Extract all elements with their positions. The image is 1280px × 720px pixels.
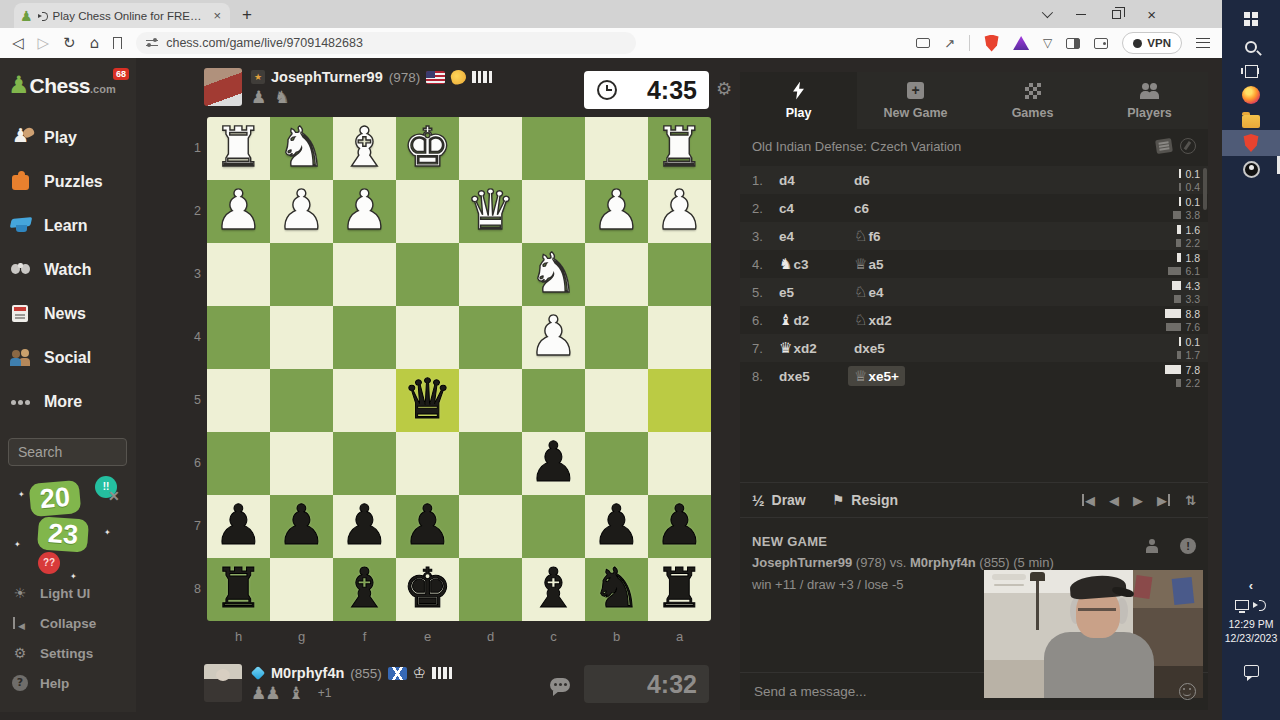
taskbar-date[interactable]: 12/23/2023 (1222, 632, 1280, 644)
search-input[interactable] (8, 438, 127, 466)
adblock-extension-icon[interactable] (1013, 36, 1029, 50)
tab-games[interactable]: Games (974, 72, 1091, 129)
white-r-a1[interactable]: ♜ (648, 117, 711, 180)
square-a7[interactable]: ♟ (648, 495, 711, 558)
chevron-down-icon[interactable] (1042, 7, 1053, 18)
board-file-labels: hgfedcba (207, 625, 711, 649)
glasses (1078, 608, 1116, 611)
scotland-flag-icon (388, 667, 407, 680)
learn-icon (10, 214, 34, 238)
square-f7[interactable]: ♟ (333, 495, 396, 558)
move-san: xd2 (868, 313, 891, 328)
n-piece-icon: ♘ (854, 227, 867, 245)
tab-title: Play Chess Online for FREE - 2 (53, 10, 206, 22)
sidebar-footer-settings[interactable]: ⚙Settings (0, 638, 136, 668)
square-h4[interactable] (207, 306, 270, 369)
black-n-b8[interactable]: ♞ (585, 558, 648, 621)
brave-browser-icon[interactable] (1222, 130, 1280, 156)
back-button[interactable]: ◁ (12, 36, 24, 51)
rank-label-8: 8 (183, 558, 201, 621)
white-move[interactable]: ♛xd2 (779, 339, 817, 357)
tab-audio-icon[interactable] (38, 12, 48, 20)
move-san: d4 (779, 173, 795, 188)
move-san: e5 (779, 285, 794, 300)
sidebar-footer-label: Settings (40, 646, 93, 661)
top-player-name[interactable]: JosephTurner99 (271, 69, 383, 85)
move-times: 0.13.8 (1130, 195, 1200, 221)
square-d5[interactable] (459, 369, 522, 432)
square-h2[interactable]: ♟ (207, 180, 270, 243)
chess-board[interactable]: ♜♞♝♚♜♟♟♟♛♟♟♞♟♛♟♟♟♟♟♟♟♜♝♚♝♞♜ (207, 117, 711, 621)
square-c3[interactable]: ♞ (522, 243, 585, 306)
start-button[interactable] (1222, 6, 1280, 32)
move-san: f6 (868, 229, 880, 244)
white-move-time: 8.8 (1130, 307, 1200, 320)
square-f6[interactable] (333, 432, 396, 495)
square-h3[interactable] (207, 243, 270, 306)
black-move[interactable]: d6 (854, 173, 870, 188)
sidebar-footer: ☀Light UICollapse⚙Settings?Help (0, 578, 136, 698)
move-san: d6 (854, 173, 870, 188)
square-f5[interactable] (333, 369, 396, 432)
square-h5[interactable] (207, 369, 270, 432)
current-move-pill: ♕xe5+ (848, 366, 905, 386)
black-move-time: 7.6 (1130, 320, 1200, 333)
square-b1[interactable] (585, 117, 648, 180)
browser-titlebar: ♟ Play Chess Online for FREE - 2 × + × (0, 0, 1222, 28)
vpn-button[interactable]: VPN (1122, 32, 1182, 54)
move-number: 2. (752, 201, 763, 216)
resign-button[interactable]: ⚑Resign (832, 492, 898, 508)
black-p-e7[interactable]: ♟ (396, 495, 459, 558)
sidebar-item-learn[interactable]: Learn (0, 204, 136, 248)
sidebar-item-label: Learn (44, 217, 88, 235)
screen: ♟ Play Chess Online for FREE - 2 × + × ◁… (0, 0, 1280, 720)
network-icon[interactable] (1235, 600, 1249, 610)
tab-play[interactable]: Play (740, 72, 857, 129)
square-d1[interactable] (459, 117, 522, 180)
action-center-icon[interactable] (1222, 658, 1280, 684)
firefox-icon[interactable] (1222, 82, 1280, 108)
white-p-g2[interactable]: ♟ (270, 180, 333, 243)
star-badge-icon: ★ (251, 70, 265, 84)
square-b5[interactable] (585, 369, 648, 432)
square-c2[interactable] (522, 180, 585, 243)
wallet-icon[interactable] (1094, 38, 1108, 49)
move-list: 1.d4d60.10.42.c4c60.13.83.e4♘f61.62.24.♞… (740, 166, 1208, 390)
browser-tab[interactable]: ♟ Play Chess Online for FREE - 2 × (14, 3, 230, 28)
brave-shield-icon[interactable] (984, 35, 999, 52)
white-move-time: 7.8 (1130, 363, 1200, 376)
black-r-h8[interactable]: ♜ (207, 558, 270, 621)
square-a2[interactable]: ♟ (648, 180, 711, 243)
scrollbar-thumb[interactable] (1203, 168, 1207, 210)
home-button[interactable]: ⌂ (90, 36, 100, 51)
square-g1[interactable]: ♞ (270, 117, 333, 180)
white-move[interactable]: ♞c3 (779, 255, 808, 273)
square-d2[interactable]: ♛ (459, 180, 522, 243)
opening-book-icon[interactable] (1155, 138, 1173, 154)
square-e2[interactable] (396, 180, 459, 243)
go-end-button[interactable]: ▶ (1157, 493, 1171, 508)
wave-flair-icon (450, 68, 468, 85)
square-c6[interactable]: ♟ (522, 432, 585, 495)
move-times: 0.11.7 (1130, 335, 1200, 361)
file-label-g: g (270, 625, 333, 649)
q-piece-icon: ♕ (854, 255, 867, 273)
forward-button[interactable]: ▷ (38, 36, 50, 51)
logo-pawn-icon: ♟ (8, 75, 30, 95)
square-e5[interactable]: ♛ (396, 369, 459, 432)
white-move-time: 1.6 (1130, 223, 1200, 236)
black-move-time: 3.8 (1130, 208, 1200, 221)
black-move[interactable]: ♘f6 (854, 227, 880, 245)
move-row-7: 7.♛xd2dxe50.11.7 (740, 334, 1208, 362)
rank-label-6: 6 (183, 432, 201, 495)
black-move-time: 2.2 (1130, 376, 1200, 389)
white-r-h1[interactable]: ♜ (207, 117, 270, 180)
move-number: 4. (752, 257, 763, 272)
square-b4[interactable] (585, 306, 648, 369)
white-move-time: 0.1 (1130, 195, 1200, 208)
sidebar-item-label: More (44, 393, 82, 411)
square-c5[interactable] (522, 369, 585, 432)
move-number: 8. (752, 369, 763, 384)
browser-toolbar: ◁ ▷ ↻ ⌂ chess.com/game/live/97091482683 … (0, 28, 1222, 58)
opening-name: Old Indian Defense: Czech Variation (752, 139, 1148, 154)
share-icon[interactable]: ↗ (944, 36, 955, 51)
n-piece-icon: ♘ (854, 283, 867, 301)
sidebar-item-label: Watch (44, 261, 91, 279)
square-e7[interactable]: ♟ (396, 495, 459, 558)
menu-icon[interactable] (1196, 38, 1210, 48)
square-e8[interactable]: ♚ (396, 558, 459, 621)
square-e4[interactable] (396, 306, 459, 369)
players-icon (1140, 82, 1160, 100)
move-san: c4 (779, 201, 794, 216)
sidebar-item-more[interactable]: More (0, 380, 136, 424)
white-p-f2[interactable]: ♟ (333, 180, 396, 243)
top-player-avatar[interactable] (204, 68, 242, 106)
white-move-time: 0.1 (1130, 167, 1200, 180)
sidebar-item-play[interactable]: Play (0, 116, 136, 160)
square-f4[interactable] (333, 306, 396, 369)
move-row-6: 6.♝d2♘xd28.87.6 (740, 306, 1208, 334)
square-d8[interactable] (459, 558, 522, 621)
board-rank-labels: 12345678 (183, 117, 201, 621)
white-move-time: 4.3 (1130, 279, 1200, 292)
go-start-button[interactable]: ◀ (1081, 493, 1095, 508)
square-a1[interactable]: ♜ (648, 117, 711, 180)
url-bar[interactable]: chess.com/game/live/97091482683 (136, 32, 636, 54)
file-label-f: f (333, 625, 396, 649)
captured-p-icon: ♟ (251, 89, 266, 106)
square-d3[interactable] (459, 243, 522, 306)
sidebar-item-label: Play (44, 129, 77, 147)
black-p-h7[interactable]: ♟ (207, 495, 270, 558)
captured-p-icon: ♟ (251, 685, 266, 702)
n-piece-icon: ♞ (779, 255, 792, 273)
obs-icon[interactable] (1222, 156, 1280, 182)
emoji-icon[interactable] (1179, 683, 1196, 700)
move-times: 1.86.1 (1130, 251, 1200, 277)
explorer-icon[interactable] (1180, 138, 1196, 154)
chesscom-page: ♟Chess.com 68 PlayPuzzlesLearnWatchNewsS… (0, 58, 1222, 712)
panel-tabs: Play+New GameGamesPlayers (740, 72, 1208, 129)
promo-close-icon[interactable]: ✕ (108, 488, 120, 504)
windows-taskbar: ‹ 12:29 PM 12/23/2023 (1222, 0, 1280, 720)
bottom-player-avatar[interactable] (204, 664, 242, 702)
square-h6[interactable] (207, 432, 270, 495)
square-b8[interactable]: ♞ (585, 558, 648, 621)
webcam-video (984, 570, 1203, 698)
bookmarks-icon[interactable] (113, 37, 122, 49)
chesscom-logo[interactable]: ♟Chess.com 68 (0, 58, 136, 98)
square-e6[interactable] (396, 432, 459, 495)
tab-new-game[interactable]: +New Game (857, 72, 974, 129)
square-h1[interactable]: ♜ (207, 117, 270, 180)
new-tab-button[interactable]: + (242, 5, 252, 25)
bottom-player-name[interactable]: M0rphyf4n (271, 665, 344, 681)
square-a4[interactable] (648, 306, 711, 369)
gear-icon[interactable]: ⚙ (716, 78, 732, 99)
reload-button[interactable]: ↻ (63, 36, 76, 51)
more-icon (10, 390, 34, 414)
sidebar-toggle-icon[interactable] (1066, 38, 1080, 49)
move-row-4: 4.♞c3♕a51.86.1 (740, 250, 1208, 278)
move-number: 6. (752, 313, 763, 328)
black-q-e5[interactable]: ♛ (396, 369, 459, 432)
sidebar-item-social[interactable]: Social (0, 336, 136, 380)
close-button[interactable]: × (1147, 7, 1156, 22)
site-settings-icon[interactable] (146, 38, 158, 48)
black-move-time: 6.1 (1130, 264, 1200, 277)
white-p-h2[interactable]: ♟ (207, 180, 270, 243)
captured-b-icon: ♝ (289, 685, 304, 702)
black-p-c6[interactable]: ♟ (522, 432, 585, 495)
black-move[interactable]: c6 (854, 201, 869, 216)
move-times: 0.10.4 (1130, 167, 1200, 193)
leo-ai-icon[interactable]: ▽ (1043, 36, 1052, 50)
sidebar-item-watch[interactable]: Watch (0, 248, 136, 292)
black-move[interactable]: ♕a5 (854, 255, 883, 273)
square-b3[interactable] (585, 243, 648, 306)
file-label-d: d (459, 625, 522, 649)
square-h7[interactable]: ♟ (207, 495, 270, 558)
square-b6[interactable] (585, 432, 648, 495)
square-f3[interactable] (333, 243, 396, 306)
task-view-icon[interactable] (1222, 58, 1280, 84)
back-move-button[interactable]: ◀ (1109, 493, 1119, 508)
sidebar-footer-light-ui[interactable]: ☀Light UI (0, 578, 136, 608)
square-f8[interactable]: ♝ (333, 558, 396, 621)
q-piece-icon: ♛ (779, 339, 792, 357)
black-p-a7[interactable]: ♟ (648, 495, 711, 558)
move-san: xe5+ (868, 369, 898, 384)
white-move[interactable]: c4 (779, 201, 794, 216)
white-move[interactable]: dxe5 (779, 369, 810, 384)
add-friend-icon[interactable] (1146, 539, 1164, 553)
white-move[interactable]: e5 (779, 285, 794, 300)
move-san: c6 (854, 201, 869, 216)
white-n-c3[interactable]: ♞ (522, 243, 585, 306)
sidebar: ♟Chess.com 68 PlayPuzzlesLearnWatchNewsS… (0, 58, 136, 712)
square-g6[interactable] (270, 432, 333, 495)
media-control-icon[interactable] (916, 38, 930, 48)
black-move[interactable]: dxe5 (854, 341, 885, 356)
taskbar-search-icon[interactable] (1222, 34, 1280, 60)
sidebar-item-news[interactable]: News (0, 292, 136, 336)
rank-label-7: 7 (183, 495, 201, 558)
square-c7[interactable] (522, 495, 585, 558)
square-d6[interactable] (459, 432, 522, 495)
square-f1[interactable]: ♝ (333, 117, 396, 180)
white-q-d2[interactable]: ♛ (459, 180, 522, 243)
square-g7[interactable]: ♟ (270, 495, 333, 558)
square-c1[interactable] (522, 117, 585, 180)
black-move[interactable]: ♘xd2 (854, 311, 892, 329)
square-c8[interactable]: ♝ (522, 558, 585, 621)
material-advantage: +1 (318, 685, 332, 702)
sidebar-item-label: Social (44, 349, 91, 367)
white-k-e1[interactable]: ♚ (396, 117, 459, 180)
sidebar-item-puzzles[interactable]: Puzzles (0, 160, 136, 204)
square-g3[interactable] (270, 243, 333, 306)
help-icon: ? (12, 675, 28, 691)
black-p-f7[interactable]: ♟ (333, 495, 396, 558)
black-move[interactable]: ♘e4 (854, 283, 883, 301)
square-d4[interactable] (459, 306, 522, 369)
black-b-c8[interactable]: ♝ (522, 558, 585, 621)
notification-badge: 68 (113, 68, 129, 80)
file-label-h: h (207, 625, 270, 649)
volume-icon[interactable] (1253, 599, 1267, 611)
white-b-f1[interactable]: ♝ (333, 117, 396, 180)
move-san: d2 (793, 313, 809, 328)
square-g2[interactable]: ♟ (270, 180, 333, 243)
white-p-a2[interactable]: ♟ (648, 180, 711, 243)
square-b7[interactable]: ♟ (585, 495, 648, 558)
white-p-b2[interactable]: ♟ (585, 180, 648, 243)
black-k-e8[interactable]: ♚ (396, 558, 459, 621)
puzzles-icon (10, 170, 34, 194)
black-p-g7[interactable]: ♟ (270, 495, 333, 558)
minimize-button[interactable] (1076, 14, 1086, 15)
tab-players[interactable]: Players (1091, 72, 1208, 129)
new-game-title: NEW GAME (752, 534, 1192, 549)
square-f2[interactable]: ♟ (333, 180, 396, 243)
captured-p-icon: ♟ (265, 685, 280, 702)
tab-label: Players (1127, 106, 1171, 120)
vpn-status-dot (1133, 39, 1142, 48)
sidebar-menu: PlayPuzzlesLearnWatchNewsSocialMore (0, 116, 136, 424)
move-number: 5. (752, 285, 763, 300)
restore-button[interactable] (1112, 10, 1121, 19)
chesscom-favicon: ♟ (20, 9, 33, 23)
taskbar-clock[interactable]: 12:29 PM (1222, 618, 1280, 630)
square-b2[interactable]: ♟ (585, 180, 648, 243)
chat-bubble-icon[interactable] (550, 678, 570, 692)
square-d7[interactable] (459, 495, 522, 558)
move-san: dxe5 (779, 369, 810, 384)
sidebar-footer-label: Help (40, 676, 69, 691)
move-row-2: 2.c4c60.13.8 (740, 194, 1208, 222)
sidebar-footer-collapse[interactable]: Collapse (0, 608, 136, 638)
square-c4[interactable]: ♟ (522, 306, 585, 369)
black-move[interactable]: ♕xe5+ (854, 367, 899, 385)
white-move[interactable]: ♝d2 (779, 311, 809, 329)
square-e1[interactable]: ♚ (396, 117, 459, 180)
forward-move-button[interactable]: ▶ (1133, 493, 1143, 508)
file-label-c: c (522, 625, 585, 649)
black-move-time: 0.4 (1130, 180, 1200, 193)
square-a8[interactable]: ♜ (648, 558, 711, 621)
white-clock: 4:35 (584, 71, 709, 109)
white-p-c4[interactable]: ♟ (522, 306, 585, 369)
move-number: 1. (752, 173, 763, 188)
black-move-time: 1.7 (1130, 348, 1200, 361)
flip-board-icon[interactable]: ⇅ (1185, 493, 1196, 508)
move-san: xd2 (793, 341, 816, 356)
top-player-rating: (978) (389, 70, 421, 85)
square-a3[interactable] (648, 243, 711, 306)
white-move[interactable]: e4 (779, 229, 794, 244)
move-row-1: 1.d4d60.10.4 (740, 166, 1208, 194)
collapse-icon (12, 615, 28, 631)
sidebar-footer-label: Collapse (40, 616, 96, 631)
black-b-f8[interactable]: ♝ (333, 558, 396, 621)
move-row-5: 5.e5♘e44.33.3 (740, 278, 1208, 306)
streamer-silhouette (1044, 632, 1154, 698)
move-san: c3 (793, 257, 808, 272)
black-move-time: 3.3 (1130, 292, 1200, 305)
tab-close-icon[interactable]: × (210, 8, 224, 23)
rank-label-5: 5 (183, 369, 201, 432)
light-ui-icon: ☀ (12, 585, 28, 601)
n-piece-icon: ♘ (854, 311, 867, 329)
play-icon (10, 126, 34, 150)
plus-square-icon: + (907, 82, 924, 100)
tab-label: Games (1012, 106, 1054, 120)
white-n-g1[interactable]: ♞ (270, 117, 333, 180)
file-label-a: a (648, 625, 711, 649)
top-player-row: ★ JosephTurner99 (978) ♟♞ (204, 68, 492, 106)
move-san: a5 (868, 257, 883, 272)
square-g5[interactable] (270, 369, 333, 432)
bolt-icon (792, 82, 805, 100)
square-g8[interactable] (270, 558, 333, 621)
diamond-member-icon (251, 666, 265, 680)
black-r-a8[interactable]: ♜ (648, 558, 711, 621)
square-a5[interactable] (648, 369, 711, 432)
black-p-b7[interactable]: ♟ (585, 495, 648, 558)
file-label-b: b (585, 625, 648, 649)
sidebar-footer-help[interactable]: ?Help (0, 668, 136, 698)
square-h8[interactable]: ♜ (207, 558, 270, 621)
square-a6[interactable] (648, 432, 711, 495)
report-icon[interactable]: ! (1180, 538, 1196, 554)
rank-label-2: 2 (183, 180, 201, 243)
white-move[interactable]: d4 (779, 173, 795, 188)
square-e3[interactable] (396, 243, 459, 306)
social-icon (10, 346, 34, 370)
connection-bars-icon (472, 71, 492, 83)
us-flag-icon (426, 71, 445, 84)
black-move-time: 2.2 (1130, 236, 1200, 249)
draw-button[interactable]: ½Draw (752, 492, 806, 509)
square-g4[interactable] (270, 306, 333, 369)
watch-icon (10, 258, 34, 282)
